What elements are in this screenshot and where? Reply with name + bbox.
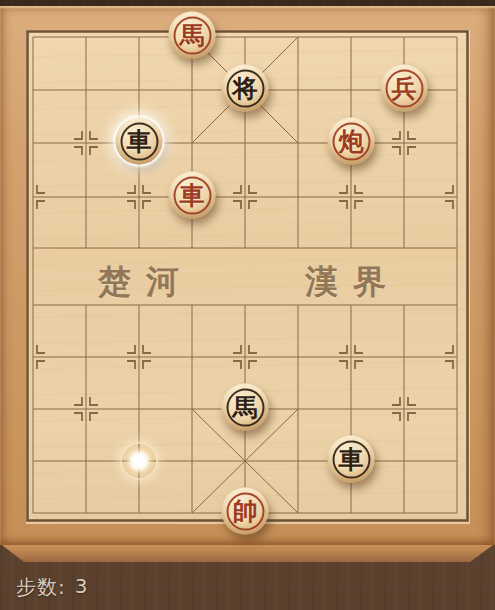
piece-red-soldier[interactable]: 兵 — [381, 65, 428, 112]
piece-black-general[interactable]: 将 — [222, 65, 269, 112]
piece-character: 車 — [339, 447, 364, 472]
move-indicator-dot[interactable] — [120, 442, 158, 480]
piece-character: 将 — [233, 76, 258, 101]
piece-character: 車 — [127, 129, 152, 154]
piece-black-horse[interactable]: 馬 — [222, 384, 269, 431]
piece-character: 帥 — [233, 499, 258, 524]
river-label-right: 漢界 — [305, 260, 401, 305]
piece-black-chariot-1[interactable]: 車 — [116, 118, 163, 165]
piece-red-horse[interactable]: 馬 — [169, 12, 216, 59]
piece-red-cannon[interactable]: 炮 — [328, 118, 375, 165]
piece-character: 兵 — [392, 76, 417, 101]
piece-character: 車 — [180, 183, 205, 208]
move-count-label: 步数: — [16, 574, 66, 601]
piece-black-chariot-2[interactable]: 車 — [328, 436, 375, 483]
piece-red-general[interactable]: 帥 — [222, 488, 269, 535]
xiangqi-app: 楚河 漢界 馬将兵車炮車馬車帥 步数: 3 — [0, 0, 495, 610]
piece-character: 馬 — [233, 395, 258, 420]
piece-red-chariot[interactable]: 車 — [169, 172, 216, 219]
piece-character: 馬 — [180, 23, 205, 48]
move-count-value: 3 — [75, 574, 89, 601]
status-bar: 步数: 3 — [16, 574, 88, 601]
board-front-bevel — [0, 545, 495, 562]
river-label-left: 楚河 — [98, 260, 194, 305]
piece-character: 炮 — [339, 129, 364, 154]
